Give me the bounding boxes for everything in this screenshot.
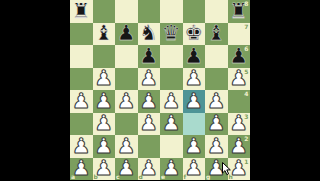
square-d4[interactable]: ♟ bbox=[138, 90, 161, 113]
square-a7[interactable] bbox=[70, 23, 93, 46]
page: { "game": "chess", "variant": "horde", "… bbox=[0, 0, 320, 180]
square-f2[interactable]: ♟ bbox=[183, 135, 206, 158]
black-bishop[interactable]: ♝ bbox=[205, 23, 228, 46]
square-e6[interactable] bbox=[160, 45, 183, 68]
square-h1[interactable]: ♟1h bbox=[228, 158, 251, 181]
coord-rank-4: 4 bbox=[244, 91, 248, 97]
white-pawn[interactable]: ♟ bbox=[138, 158, 161, 181]
chess-app: ♜♜8♝♟♞♛♚♝7♟♟♟6♟♟♟♟5♟♟♟♟♟♟♟4♟♟♟♟♟3♟♟♟♟♟♟2… bbox=[0, 0, 320, 180]
white-pawn[interactable]: ♟ bbox=[115, 158, 138, 181]
square-f3[interactable] bbox=[183, 113, 206, 136]
white-pawn[interactable]: ♟ bbox=[93, 68, 116, 91]
square-g5[interactable] bbox=[205, 68, 228, 91]
white-pawn[interactable]: ♟ bbox=[228, 68, 251, 91]
white-pawn[interactable]: ♟ bbox=[205, 90, 228, 113]
square-f1[interactable]: ♟f bbox=[183, 158, 206, 181]
white-pawn[interactable]: ♟ bbox=[115, 90, 138, 113]
square-f4[interactable]: ♟ bbox=[183, 90, 206, 113]
white-pawn[interactable]: ♟ bbox=[183, 68, 206, 91]
chess-board: ♜♜8♝♟♞♛♚♝7♟♟♟6♟♟♟♟5♟♟♟♟♟♟♟4♟♟♟♟♟3♟♟♟♟♟♟2… bbox=[70, 0, 250, 180]
white-pawn[interactable]: ♟ bbox=[93, 158, 116, 181]
square-g6[interactable] bbox=[205, 45, 228, 68]
square-d6[interactable]: ♟ bbox=[138, 45, 161, 68]
coord-rank-7: 7 bbox=[244, 24, 248, 30]
white-pawn[interactable]: ♟ bbox=[160, 113, 183, 136]
square-d1[interactable]: ♟d bbox=[138, 158, 161, 181]
square-a3[interactable] bbox=[70, 113, 93, 136]
square-d8[interactable] bbox=[138, 0, 161, 23]
black-knight[interactable]: ♞ bbox=[138, 23, 161, 46]
white-pawn[interactable]: ♟ bbox=[93, 90, 116, 113]
square-b4[interactable]: ♟ bbox=[93, 90, 116, 113]
square-g4[interactable]: ♟ bbox=[205, 90, 228, 113]
white-pawn[interactable]: ♟ bbox=[228, 158, 251, 181]
white-pawn[interactable]: ♟ bbox=[115, 135, 138, 158]
square-c5[interactable] bbox=[115, 68, 138, 91]
square-c3[interactable] bbox=[115, 113, 138, 136]
square-b8[interactable] bbox=[93, 0, 116, 23]
square-c4[interactable]: ♟ bbox=[115, 90, 138, 113]
square-h3[interactable]: ♟3 bbox=[228, 113, 251, 136]
square-g7[interactable]: ♝ bbox=[205, 23, 228, 46]
white-pawn[interactable]: ♟ bbox=[183, 90, 206, 113]
square-h8[interactable]: ♜8 bbox=[228, 0, 251, 23]
square-e1[interactable]: ♟e bbox=[160, 158, 183, 181]
white-pawn[interactable]: ♟ bbox=[183, 158, 206, 181]
square-h7[interactable]: 7 bbox=[228, 23, 251, 46]
black-queen[interactable]: ♛ bbox=[160, 23, 183, 46]
square-h6[interactable]: ♟6 bbox=[228, 45, 251, 68]
square-a5[interactable] bbox=[70, 68, 93, 91]
white-pawn[interactable]: ♟ bbox=[93, 135, 116, 158]
black-rook[interactable]: ♜ bbox=[70, 0, 93, 23]
square-a1[interactable]: ♟a bbox=[70, 158, 93, 181]
square-g2[interactable]: ♟ bbox=[205, 135, 228, 158]
white-pawn[interactable]: ♟ bbox=[138, 113, 161, 136]
square-e3[interactable]: ♟ bbox=[160, 113, 183, 136]
square-b2[interactable]: ♟ bbox=[93, 135, 116, 158]
square-g3[interactable]: ♟ bbox=[205, 113, 228, 136]
square-e5[interactable] bbox=[160, 68, 183, 91]
square-c6[interactable] bbox=[115, 45, 138, 68]
square-d7[interactable]: ♞ bbox=[138, 23, 161, 46]
square-f5[interactable]: ♟ bbox=[183, 68, 206, 91]
square-g1[interactable]: ♟g bbox=[205, 158, 228, 181]
white-pawn[interactable]: ♟ bbox=[228, 135, 251, 158]
white-pawn[interactable]: ♟ bbox=[205, 158, 228, 181]
square-e8[interactable] bbox=[160, 0, 183, 23]
white-pawn[interactable]: ♟ bbox=[70, 135, 93, 158]
square-b6[interactable] bbox=[93, 45, 116, 68]
square-h4[interactable]: 4 bbox=[228, 90, 251, 113]
square-h2[interactable]: ♟2 bbox=[228, 135, 251, 158]
black-pawn[interactable]: ♟ bbox=[183, 45, 206, 68]
square-c7[interactable]: ♟ bbox=[115, 23, 138, 46]
square-e7[interactable]: ♛ bbox=[160, 23, 183, 46]
square-a2[interactable]: ♟ bbox=[70, 135, 93, 158]
square-b7[interactable]: ♝ bbox=[93, 23, 116, 46]
square-h5[interactable]: ♟5 bbox=[228, 68, 251, 91]
square-b5[interactable]: ♟ bbox=[93, 68, 116, 91]
square-e2[interactable] bbox=[160, 135, 183, 158]
white-pawn[interactable]: ♟ bbox=[138, 90, 161, 113]
square-d5[interactable]: ♟ bbox=[138, 68, 161, 91]
black-pawn[interactable]: ♟ bbox=[138, 45, 161, 68]
square-f7[interactable]: ♚ bbox=[183, 23, 206, 46]
square-f6[interactable]: ♟ bbox=[183, 45, 206, 68]
black-pawn[interactable]: ♟ bbox=[228, 45, 251, 68]
white-pawn[interactable]: ♟ bbox=[228, 113, 251, 136]
square-e4[interactable]: ♟ bbox=[160, 90, 183, 113]
white-pawn[interactable]: ♟ bbox=[205, 113, 228, 136]
white-pawn[interactable]: ♟ bbox=[93, 113, 116, 136]
white-pawn[interactable]: ♟ bbox=[160, 158, 183, 181]
square-b1[interactable]: ♟b bbox=[93, 158, 116, 181]
square-c8[interactable] bbox=[115, 0, 138, 23]
white-pawn[interactable]: ♟ bbox=[70, 158, 93, 181]
white-pawn[interactable]: ♟ bbox=[70, 90, 93, 113]
square-a4[interactable]: ♟ bbox=[70, 90, 93, 113]
square-f8[interactable] bbox=[183, 0, 206, 23]
black-king[interactable]: ♚ bbox=[183, 23, 206, 46]
square-c1[interactable]: ♟c bbox=[115, 158, 138, 181]
square-d2[interactable] bbox=[138, 135, 161, 158]
square-a6[interactable] bbox=[70, 45, 93, 68]
square-c2[interactable]: ♟ bbox=[115, 135, 138, 158]
square-g8[interactable] bbox=[205, 0, 228, 23]
black-pawn[interactable]: ♟ bbox=[115, 23, 138, 46]
square-b3[interactable]: ♟ bbox=[93, 113, 116, 136]
white-pawn[interactable]: ♟ bbox=[138, 68, 161, 91]
square-d3[interactable]: ♟ bbox=[138, 113, 161, 136]
black-bishop[interactable]: ♝ bbox=[93, 23, 116, 46]
white-pawn[interactable]: ♟ bbox=[160, 90, 183, 113]
square-a8[interactable]: ♜ bbox=[70, 0, 93, 23]
white-pawn[interactable]: ♟ bbox=[183, 135, 206, 158]
black-rook[interactable]: ♜ bbox=[228, 0, 251, 23]
white-pawn[interactable]: ♟ bbox=[205, 135, 228, 158]
